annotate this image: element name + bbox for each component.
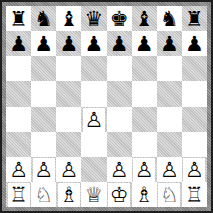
square-a5[interactable] [6, 81, 31, 106]
square-c3[interactable] [56, 132, 81, 157]
black-bishop-c8[interactable]: ♝ [59, 8, 78, 31]
square-f3[interactable] [132, 132, 157, 157]
square-g1[interactable]: ♘ [157, 182, 182, 207]
white-pawn-c2[interactable]: ♙ [58, 158, 80, 182]
square-h3[interactable] [182, 132, 207, 157]
square-f6[interactable] [132, 56, 157, 81]
square-d6[interactable] [81, 56, 106, 81]
white-pawn-e2[interactable]: ♙ [108, 158, 130, 182]
square-e2[interactable]: ♙ [107, 157, 132, 182]
white-bishop-f1[interactable]: ♗ [133, 183, 155, 207]
square-e8[interactable]: ♚ [107, 6, 132, 31]
square-d8[interactable]: ♛ [81, 6, 106, 31]
black-pawn-c7[interactable]: ♟ [59, 33, 78, 56]
white-pawn-f2[interactable]: ♙ [133, 158, 155, 182]
square-d3[interactable] [81, 132, 106, 157]
square-d5[interactable] [81, 81, 106, 106]
white-pawn-g2[interactable]: ♙ [158, 158, 180, 182]
black-pawn-b7[interactable]: ♟ [34, 33, 53, 56]
square-b7[interactable]: ♟ [31, 31, 56, 56]
white-pawn-a2[interactable]: ♙ [8, 158, 30, 182]
black-king-e8[interactable]: ♚ [110, 8, 129, 31]
square-c1[interactable]: ♗ [56, 182, 81, 207]
square-g4[interactable] [157, 107, 182, 132]
black-pawn-f7[interactable]: ♟ [135, 33, 154, 56]
white-king-e1[interactable]: ♔ [108, 183, 130, 207]
white-queen-d1[interactable]: ♕ [83, 183, 105, 207]
square-f2[interactable]: ♙ [132, 157, 157, 182]
square-h6[interactable] [182, 56, 207, 81]
black-pawn-e7[interactable]: ♟ [110, 33, 129, 56]
board-frame: ♜♞♝♛♚♝♞♜♟♟♟♟♟♟♟♟♙♙♙♙♙♙♙♙♖♘♗♕♔♗♘♖ [0, 0, 213, 213]
square-e6[interactable] [107, 56, 132, 81]
square-g8[interactable]: ♞ [157, 6, 182, 31]
white-pawn-h2[interactable]: ♙ [183, 158, 205, 182]
black-queen-d8[interactable]: ♛ [85, 8, 104, 31]
square-b2[interactable]: ♙ [31, 157, 56, 182]
square-a4[interactable] [6, 107, 31, 132]
white-bishop-c1[interactable]: ♗ [58, 183, 80, 207]
square-c5[interactable] [56, 81, 81, 106]
square-h5[interactable] [182, 81, 207, 106]
square-b4[interactable] [31, 107, 56, 132]
black-knight-g8[interactable]: ♞ [160, 8, 179, 31]
square-e7[interactable]: ♟ [107, 31, 132, 56]
square-h4[interactable] [182, 107, 207, 132]
square-h7[interactable]: ♟ [182, 31, 207, 56]
square-c2[interactable]: ♙ [56, 157, 81, 182]
white-rook-h1[interactable]: ♖ [183, 183, 205, 207]
square-h1[interactable]: ♖ [182, 182, 207, 207]
square-c8[interactable]: ♝ [56, 6, 81, 31]
square-f1[interactable]: ♗ [132, 182, 157, 207]
square-d7[interactable]: ♟ [81, 31, 106, 56]
square-g6[interactable] [157, 56, 182, 81]
black-pawn-a7[interactable]: ♟ [9, 33, 28, 56]
square-b6[interactable] [31, 56, 56, 81]
square-b1[interactable]: ♘ [31, 182, 56, 207]
square-a2[interactable]: ♙ [6, 157, 31, 182]
white-knight-b1[interactable]: ♘ [33, 183, 55, 207]
square-e5[interactable] [107, 81, 132, 106]
square-e3[interactable] [107, 132, 132, 157]
square-b5[interactable] [31, 81, 56, 106]
square-g2[interactable]: ♙ [157, 157, 182, 182]
square-a3[interactable] [6, 132, 31, 157]
black-bishop-f8[interactable]: ♝ [135, 8, 154, 31]
square-f5[interactable] [132, 81, 157, 106]
chess-board: ♜♞♝♛♚♝♞♜♟♟♟♟♟♟♟♟♙♙♙♙♙♙♙♙♖♘♗♕♔♗♘♖ [6, 6, 207, 207]
square-b3[interactable] [31, 132, 56, 157]
black-pawn-h7[interactable]: ♟ [185, 33, 204, 56]
black-pawn-d7[interactable]: ♟ [85, 33, 104, 56]
square-a7[interactable]: ♟ [6, 31, 31, 56]
square-d1[interactable]: ♕ [81, 182, 106, 207]
chess-diagram: ♜♞♝♛♚♝♞♜♟♟♟♟♟♟♟♟♙♙♙♙♙♙♙♙♖♘♗♕♔♗♘♖ [0, 0, 213, 213]
square-f7[interactable]: ♟ [132, 31, 157, 56]
square-g7[interactable]: ♟ [157, 31, 182, 56]
square-g5[interactable] [157, 81, 182, 106]
square-f4[interactable] [132, 107, 157, 132]
black-pawn-g7[interactable]: ♟ [160, 33, 179, 56]
square-e1[interactable]: ♔ [107, 182, 132, 207]
square-g3[interactable] [157, 132, 182, 157]
white-pawn-d4[interactable]: ♙ [83, 108, 105, 132]
square-a1[interactable]: ♖ [6, 182, 31, 207]
square-a6[interactable] [6, 56, 31, 81]
white-rook-a1[interactable]: ♖ [8, 183, 30, 207]
square-a8[interactable]: ♜ [6, 6, 31, 31]
square-c7[interactable]: ♟ [56, 31, 81, 56]
square-b8[interactable]: ♞ [31, 6, 56, 31]
white-pawn-b2[interactable]: ♙ [33, 158, 55, 182]
square-d4[interactable]: ♙ [81, 107, 106, 132]
square-h2[interactable]: ♙ [182, 157, 207, 182]
square-f8[interactable]: ♝ [132, 6, 157, 31]
black-rook-a8[interactable]: ♜ [9, 8, 28, 31]
square-c6[interactable] [56, 56, 81, 81]
square-e4[interactable] [107, 107, 132, 132]
black-knight-b8[interactable]: ♞ [34, 8, 53, 31]
white-knight-g1[interactable]: ♘ [158, 183, 180, 207]
black-rook-h8[interactable]: ♜ [185, 8, 204, 31]
square-d2[interactable] [81, 157, 106, 182]
square-c4[interactable] [56, 107, 81, 132]
square-h8[interactable]: ♜ [182, 6, 207, 31]
